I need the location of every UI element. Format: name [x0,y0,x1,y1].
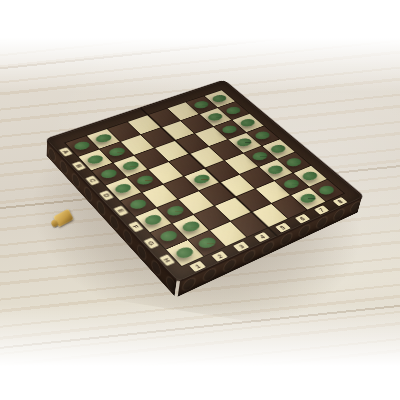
square-h1[interactable]: ♜ [166,240,203,266]
chessboard: ♜♟♟♜♞♟♟♞♝♟♟♝♛♟♟♛♚♟♟♚♝♟♟♝♞♟♟♞♜♟♟♜ A1B2C3D… [46,80,363,281]
board-squares: ♜♟♟♜♞♟♟♞♝♟♟♝♛♟♟♛♚♟♟♚♝♟♟♝♞♟♟♞♜♟♟♜ [65,90,343,266]
scene: ♜♟♟♜♞♟♟♞♝♟♟♝♛♟♟♛♚♟♟♚♝♟♟♝♞♟♟♞♜♟♟♜ A1B2C3D… [0,0,400,400]
photo-stage: ♜♟♟♜♞♟♟♞♝♟♟♝♛♟♟♛♚♟♟♚♝♟♟♝♞♟♟♞♜♟♟♜ A1B2C3D… [0,0,400,400]
